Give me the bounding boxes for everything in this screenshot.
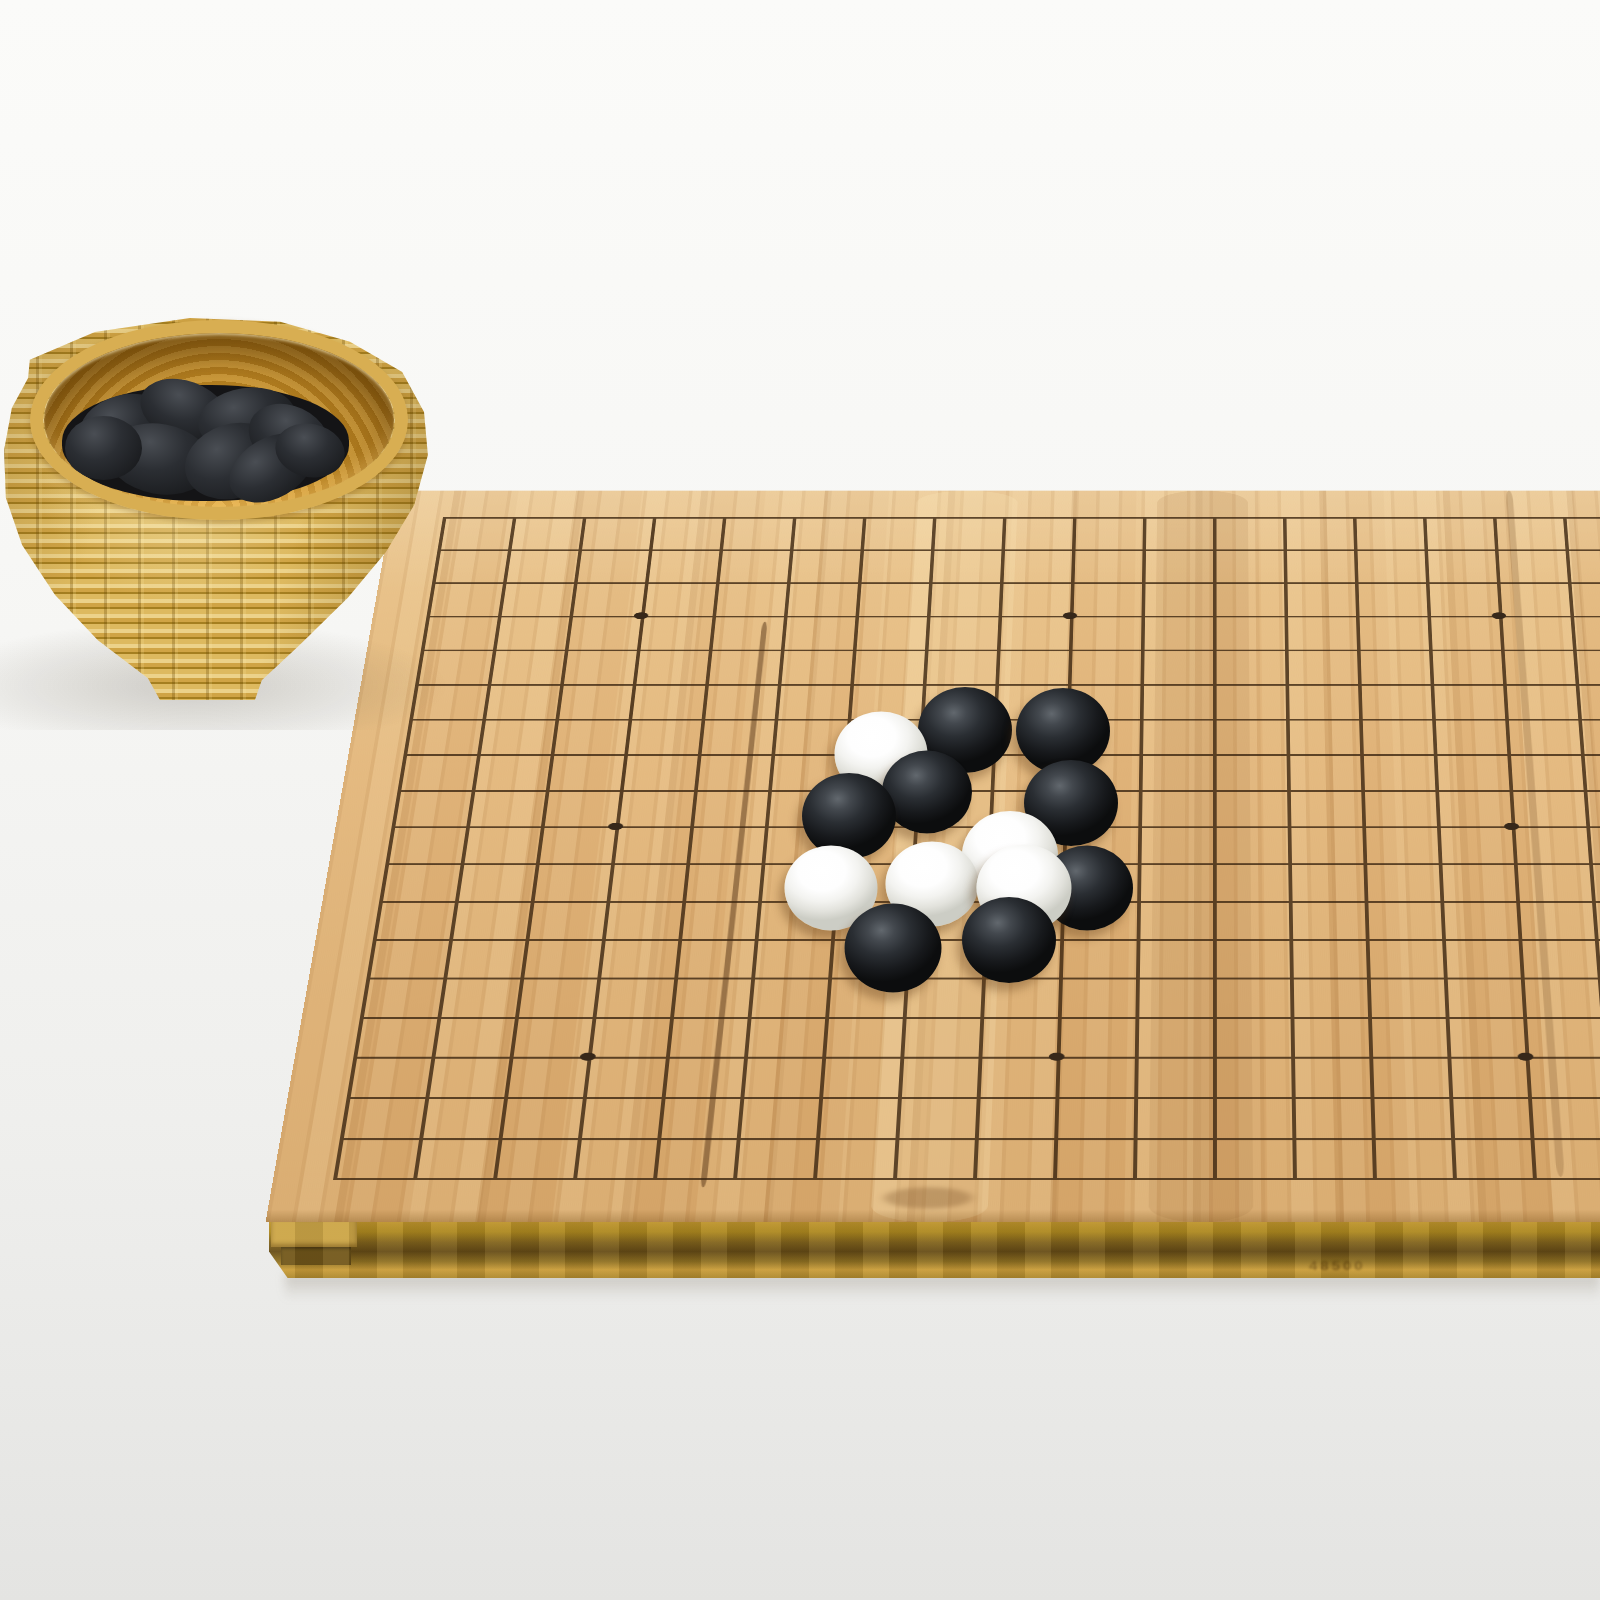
grid-cell [1446, 1017, 1526, 1057]
grid-cell [483, 684, 561, 719]
grid-cell [1353, 517, 1424, 549]
grid-cell [931, 517, 1003, 549]
grid-cell [607, 863, 687, 900]
grid-cell [1495, 549, 1568, 582]
grid-cell [1289, 939, 1367, 978]
grid-cell [508, 517, 583, 549]
grid-cell [1071, 549, 1142, 582]
grid-cell [1573, 650, 1600, 684]
grid-cell [1054, 1097, 1134, 1138]
grid-cell [790, 517, 863, 549]
grid-cell [493, 616, 570, 650]
grid-cell [1213, 517, 1283, 549]
grid-cell [678, 901, 758, 939]
grid-cell [1213, 754, 1287, 790]
grid-cell [1367, 978, 1446, 1017]
grid-cell [1291, 1017, 1370, 1057]
grid-cell [1370, 1097, 1451, 1138]
grid-cell [1449, 1097, 1530, 1138]
grid-cell [353, 1017, 437, 1057]
grid-cell [781, 616, 856, 650]
grid-cell [432, 549, 508, 582]
grid-cell [1516, 901, 1595, 939]
grid-cell [1521, 978, 1600, 1017]
grid-cell [1586, 826, 1600, 863]
grid-cell [602, 901, 682, 939]
grid-cell [573, 1138, 657, 1180]
grid-cell [1213, 863, 1289, 900]
grid-cell [1570, 616, 1600, 650]
grid-cell [1289, 901, 1366, 939]
grid-cell [1503, 684, 1578, 719]
grid-cell [620, 754, 698, 790]
grid-cell [858, 549, 931, 582]
grid-cell [1514, 863, 1592, 900]
grid-cell [1002, 517, 1073, 549]
grid-cell [816, 1097, 898, 1138]
grid-cell [1288, 863, 1364, 900]
grid-cell [733, 1138, 816, 1180]
grid-cell [1141, 616, 1213, 650]
grid-cell [649, 517, 723, 549]
grid-cell [1357, 650, 1431, 684]
grid-cell [979, 1017, 1058, 1057]
go-stone-black [845, 904, 942, 993]
grid-cell [1526, 1057, 1600, 1097]
grid-cell [698, 719, 775, 754]
grid-cell [1440, 901, 1518, 939]
grid-cell [1068, 650, 1141, 684]
grid-cell [536, 826, 616, 863]
grid-cell [531, 863, 611, 900]
grid-cell [1355, 582, 1427, 615]
grid-cell [709, 616, 784, 650]
grid-cell [896, 1097, 977, 1138]
grid-cell [1426, 582, 1499, 615]
grid-cell [1431, 684, 1506, 719]
grid-cell [853, 616, 927, 650]
star-point [1517, 1053, 1533, 1061]
star-point [1504, 823, 1519, 830]
grid-cell [1069, 616, 1142, 650]
grid-cell [1512, 826, 1589, 863]
grid-cell [1143, 517, 1213, 549]
grid-cell [666, 1017, 748, 1057]
dovetail-joint [271, 1221, 357, 1247]
grid-cell [637, 616, 713, 650]
grid-cell [1434, 754, 1510, 790]
grid-cell [1427, 616, 1501, 650]
grid-cell [1292, 1097, 1372, 1138]
grid-cell [1213, 719, 1287, 754]
grid-cell [1432, 719, 1507, 754]
grid-cell [1437, 826, 1514, 863]
grid-cell [1213, 978, 1291, 1017]
grid-cell [472, 754, 551, 790]
grid-cell [588, 1017, 670, 1057]
grid-cell [340, 1097, 426, 1138]
grid-cell [1447, 1057, 1528, 1097]
grid-cell [1429, 650, 1503, 684]
grid-cell [438, 978, 521, 1017]
grid-cell [1290, 978, 1368, 1017]
grid-cell [515, 978, 597, 1017]
grid-cell [1213, 1017, 1291, 1057]
grid-cell [1359, 719, 1434, 754]
grid-cell [973, 1138, 1054, 1180]
grid-cell [1139, 719, 1213, 754]
grid-cell [751, 939, 831, 978]
grid-cell [1213, 901, 1289, 939]
grid-cell [850, 650, 925, 684]
grid-cell [748, 978, 828, 1017]
grid-cell [1365, 901, 1443, 939]
engraved-stamp: 48500 [1309, 1259, 1366, 1273]
grid-cell [1578, 719, 1600, 754]
grid-cell [1134, 1097, 1213, 1138]
grid-cell [775, 684, 851, 719]
board-drop-shadow [285, 1274, 1600, 1304]
grid-cell [570, 582, 646, 615]
grid-cell [716, 549, 790, 582]
grid-cell [1055, 1057, 1134, 1097]
grid-cell [1213, 650, 1286, 684]
grid-cell [583, 1057, 666, 1097]
grid-cell [1138, 790, 1213, 826]
board-side-edge: 48500 [269, 1219, 1600, 1278]
grid-cell [856, 582, 930, 615]
grid-cell [1213, 684, 1286, 719]
grid-cell [822, 1017, 903, 1057]
grid-cell [1360, 754, 1435, 790]
grid-cell [488, 650, 565, 684]
go-stone-black [802, 773, 896, 859]
grid-cell [1356, 616, 1429, 650]
grid-cell [720, 517, 793, 549]
grid-cell [597, 939, 678, 978]
grid-cell [616, 790, 695, 826]
dovetail-notch [281, 1247, 351, 1265]
grid-cell [1499, 616, 1573, 650]
grid-cell [455, 863, 536, 900]
go-board-product-photo: 48500 [0, 0, 1600, 1600]
grid-cell [1509, 790, 1586, 826]
grid-cell [1134, 1057, 1213, 1097]
grid-cell [578, 1097, 662, 1138]
grid-cell [1053, 1138, 1134, 1180]
grid-cell [999, 582, 1071, 615]
grid-cell [1213, 1097, 1292, 1138]
grid-cell [398, 754, 478, 790]
grid-cell [923, 650, 997, 684]
grid-cell [702, 684, 778, 719]
grid-cell [611, 826, 690, 863]
grid-cell [1530, 1138, 1600, 1180]
go-stone-black [962, 897, 1056, 983]
grid-cell [694, 754, 771, 790]
grid-cell [520, 939, 602, 978]
grid-cell [641, 582, 716, 615]
grid-cell [925, 616, 999, 650]
grid-cell [560, 650, 637, 684]
grid-cell [504, 1057, 588, 1097]
grid-cell [1589, 863, 1600, 900]
grid-cell [541, 790, 620, 826]
grid-cell [1292, 1138, 1373, 1180]
grid-cell [593, 978, 675, 1017]
grid-cell [1213, 1138, 1293, 1180]
grid-cell [1213, 826, 1288, 863]
star-point [1492, 612, 1507, 619]
grid-cell [653, 1138, 737, 1180]
grid-cell [438, 517, 513, 549]
grid-cell [1133, 1138, 1213, 1180]
grid-cell [1140, 650, 1213, 684]
grid-cell [1435, 790, 1511, 826]
grid-cell [1497, 582, 1571, 615]
grid-cell [1523, 1017, 1600, 1057]
grid-cell [466, 790, 546, 826]
grid-cell [461, 826, 541, 863]
grid-cell [526, 901, 607, 939]
grid-cell [1137, 863, 1213, 900]
grid-cell [690, 790, 768, 826]
grid-cell [813, 1138, 896, 1180]
grid-cell [1000, 549, 1072, 582]
grid-cell [1444, 978, 1523, 1017]
grid-cell [1059, 939, 1137, 978]
grid-cell [927, 582, 1000, 615]
bowl-rim [30, 320, 408, 520]
grid-cell [1369, 1057, 1449, 1097]
grid-cell [1058, 978, 1136, 1017]
grid-cell [373, 901, 455, 939]
grid-cell [1213, 549, 1284, 582]
grid-cell [1361, 790, 1437, 826]
grid-cell [1135, 1017, 1213, 1057]
star-point [1063, 612, 1078, 619]
grid-cell [1368, 1017, 1447, 1057]
grid-cell [1501, 650, 1576, 684]
grid-cell [1284, 616, 1357, 650]
grid-cell [1451, 1138, 1533, 1180]
grid-cell [1213, 582, 1284, 615]
grid-cell [493, 1138, 578, 1180]
grid-cell [1283, 517, 1354, 549]
grid-cell [1283, 549, 1354, 582]
grid-cell [1423, 517, 1495, 549]
grid-cell [1288, 826, 1364, 863]
grid-cell [787, 549, 860, 582]
grid-cell [1366, 939, 1444, 978]
grid-cell [1291, 1057, 1370, 1097]
grid-cell [1439, 863, 1516, 900]
grid-cell [705, 650, 781, 684]
grid-cell [427, 582, 504, 615]
grid-cell [1072, 517, 1143, 549]
grid-cell [1070, 582, 1142, 615]
grid-cell [1137, 901, 1213, 939]
grid-cell [713, 582, 788, 615]
grid-cell [1213, 790, 1288, 826]
grid-cell [1442, 939, 1521, 978]
grid-cell [1358, 684, 1432, 719]
grid-cell [980, 978, 1059, 1017]
grid-cell [392, 790, 472, 826]
grid-cell [574, 549, 649, 582]
grid-cell [624, 719, 701, 754]
grid-cell [662, 1057, 744, 1097]
grid-cell [477, 719, 555, 754]
grid-cell [682, 863, 761, 900]
grid-cell [1286, 719, 1360, 754]
grid-cell [1057, 1017, 1136, 1057]
grid-cell [1518, 939, 1597, 978]
grid-cell [975, 1097, 1056, 1138]
grid-cell [900, 1017, 980, 1057]
grid-cell [1142, 549, 1213, 582]
grid-cell [929, 549, 1001, 582]
grid-cell [498, 582, 574, 615]
grid-cell [347, 1057, 432, 1097]
grid-cell [1213, 1057, 1292, 1097]
grid-cell [1139, 754, 1213, 790]
grid-cell [1563, 517, 1600, 549]
grid-cell [861, 517, 933, 549]
grid-cell [432, 1017, 516, 1057]
grid-cell [1507, 754, 1583, 790]
grid-cell [657, 1097, 740, 1138]
grid-cell [784, 582, 858, 615]
grid-cell [1138, 826, 1213, 863]
grid-cell [425, 1057, 509, 1097]
grid-cell [449, 901, 531, 939]
grid-cell [510, 1017, 593, 1057]
grid-cell [737, 1097, 819, 1138]
grid-cell [819, 1057, 900, 1097]
grid-cell [1372, 1138, 1453, 1180]
grid-cell [333, 1138, 419, 1180]
grid-cell [670, 978, 751, 1017]
grid-cell [551, 719, 629, 754]
grid-cell [413, 1138, 499, 1180]
grid-cell [1213, 939, 1290, 978]
grid-cell [995, 650, 1069, 684]
grid-cell [1581, 754, 1600, 790]
grid-cell [744, 1017, 825, 1057]
grid-cell [1505, 719, 1581, 754]
stone-bowl [2, 314, 430, 706]
grid-cell [1354, 549, 1426, 582]
grid-cell [1140, 684, 1213, 719]
grid-cell [898, 1057, 979, 1097]
grid-cell [1493, 517, 1565, 549]
grid-cell [1568, 582, 1600, 615]
grid-cell [1136, 939, 1213, 978]
grid-cell [1362, 826, 1438, 863]
grid-cell [360, 978, 443, 1017]
grid-cell [444, 939, 526, 978]
grid-cell [977, 1057, 1057, 1097]
grid-cell [778, 650, 853, 684]
grid-cell [499, 1097, 583, 1138]
grid-cell [1363, 863, 1440, 900]
grid-cell [633, 650, 709, 684]
grid-cell [645, 549, 719, 582]
grid-cell [1284, 582, 1356, 615]
grid-cell [546, 754, 624, 790]
grid-cell [1135, 978, 1213, 1017]
grid-cell [893, 1138, 975, 1180]
grid-cell [367, 939, 450, 978]
grid-cell [1584, 790, 1600, 826]
grid-cell [1528, 1097, 1600, 1138]
grid-cell [386, 826, 467, 863]
grid-cell [1565, 549, 1600, 582]
grid-cell [419, 1097, 504, 1138]
grid-cell [1285, 650, 1358, 684]
grid-cell [565, 616, 641, 650]
grid-cell [579, 517, 653, 549]
grid-cell [686, 826, 765, 863]
grid-cell [1213, 616, 1285, 650]
grid-cell [1287, 790, 1362, 826]
grid-cell [997, 616, 1070, 650]
grid-cell [1142, 582, 1213, 615]
grid-cell [629, 684, 706, 719]
grid-cell [1576, 684, 1600, 719]
grid-cell [379, 863, 460, 900]
grid-cell [556, 684, 633, 719]
grid-cell [503, 549, 578, 582]
grid-cell [1286, 684, 1360, 719]
grid-cell [674, 939, 754, 978]
grid-cell [740, 1057, 822, 1097]
grid-cell [1424, 549, 1496, 582]
grid-cell [1287, 754, 1362, 790]
